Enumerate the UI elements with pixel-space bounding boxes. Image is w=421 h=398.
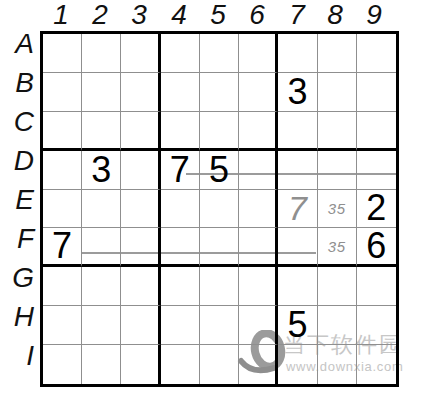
cell-D5[interactable]: 5 bbox=[200, 151, 239, 190]
cell-C4[interactable] bbox=[161, 112, 200, 151]
cell-F2[interactable] bbox=[82, 228, 121, 267]
candidate-marks: 35 bbox=[328, 201, 346, 216]
sudoku-puzzle-page: { "game": "sudoku", "position": ".......… bbox=[0, 0, 421, 398]
cell-A1[interactable] bbox=[43, 34, 82, 73]
given-digit: 6 bbox=[366, 228, 386, 264]
cell-I9[interactable] bbox=[357, 345, 396, 384]
cell-E5[interactable] bbox=[200, 190, 239, 229]
cell-D1[interactable] bbox=[43, 151, 82, 190]
col-label-6: 6 bbox=[240, 1, 274, 29]
cell-I2[interactable] bbox=[82, 345, 121, 384]
cell-E2[interactable] bbox=[82, 190, 121, 229]
cell-I7[interactable] bbox=[278, 345, 317, 384]
cell-I3[interactable] bbox=[121, 345, 160, 384]
cell-A9[interactable] bbox=[357, 34, 396, 73]
cell-H7[interactable]: 5 bbox=[278, 306, 317, 345]
cell-F1[interactable]: 7 bbox=[43, 228, 82, 267]
cell-H4[interactable] bbox=[161, 306, 200, 345]
cell-H5[interactable] bbox=[200, 306, 239, 345]
cell-H2[interactable] bbox=[82, 306, 121, 345]
cell-G1[interactable] bbox=[43, 267, 82, 306]
col-label-7: 7 bbox=[280, 1, 314, 29]
cell-I8[interactable] bbox=[318, 345, 357, 384]
cell-B5[interactable] bbox=[200, 73, 239, 112]
cell-E9[interactable]: 2 bbox=[357, 190, 396, 229]
given-digit: 7 bbox=[52, 228, 72, 264]
row-label-C: C bbox=[0, 107, 34, 137]
col-label-9: 9 bbox=[357, 1, 391, 29]
row-label-A: A bbox=[0, 29, 34, 59]
row-label-G: G bbox=[0, 263, 34, 293]
cell-F4[interactable] bbox=[161, 228, 200, 267]
cell-A2[interactable] bbox=[82, 34, 121, 73]
cell-C3[interactable] bbox=[121, 112, 160, 151]
cell-G8[interactable] bbox=[318, 267, 357, 306]
cell-C6[interactable] bbox=[239, 112, 278, 151]
cell-G3[interactable] bbox=[121, 267, 160, 306]
col-label-8: 8 bbox=[318, 1, 352, 29]
cell-C1[interactable] bbox=[43, 112, 82, 151]
cell-E3[interactable] bbox=[121, 190, 160, 229]
given-digit: 3 bbox=[91, 152, 111, 188]
col-label-2: 2 bbox=[83, 1, 117, 29]
given-digit: 5 bbox=[287, 307, 307, 343]
cell-I5[interactable] bbox=[200, 345, 239, 384]
cell-I4[interactable] bbox=[161, 345, 200, 384]
cell-E7[interactable]: 7 bbox=[278, 190, 317, 229]
cell-B4[interactable] bbox=[161, 73, 200, 112]
cell-B9[interactable] bbox=[357, 73, 396, 112]
cell-G9[interactable] bbox=[357, 267, 396, 306]
cell-A5[interactable] bbox=[200, 34, 239, 73]
sudoku-grid: 3375735273565 bbox=[43, 34, 396, 384]
candidate-marks: 35 bbox=[328, 239, 346, 254]
cell-G7[interactable] bbox=[278, 267, 317, 306]
solved-digit: 7 bbox=[288, 191, 307, 225]
col-label-5: 5 bbox=[201, 1, 235, 29]
cell-H3[interactable] bbox=[121, 306, 160, 345]
row-label-H: H bbox=[0, 302, 34, 332]
cell-C8[interactable] bbox=[318, 112, 357, 151]
cell-E1[interactable] bbox=[43, 190, 82, 229]
cell-I1[interactable] bbox=[43, 345, 82, 384]
row-label-B: B bbox=[0, 68, 34, 98]
cell-E4[interactable] bbox=[161, 190, 200, 229]
cell-I6[interactable] bbox=[239, 345, 278, 384]
cell-F5[interactable] bbox=[200, 228, 239, 267]
cell-G6[interactable] bbox=[239, 267, 278, 306]
row-label-E: E bbox=[0, 185, 34, 215]
cell-B3[interactable] bbox=[121, 73, 160, 112]
cell-D8[interactable] bbox=[318, 151, 357, 190]
given-digit: 7 bbox=[170, 152, 190, 188]
cell-D3[interactable] bbox=[121, 151, 160, 190]
cell-E6[interactable] bbox=[239, 190, 278, 229]
cell-A8[interactable] bbox=[318, 34, 357, 73]
cell-D2[interactable]: 3 bbox=[82, 151, 121, 190]
cell-G5[interactable] bbox=[200, 267, 239, 306]
cell-H1[interactable] bbox=[43, 306, 82, 345]
col-label-1: 1 bbox=[44, 1, 78, 29]
cell-D7[interactable] bbox=[278, 151, 317, 190]
cell-A7[interactable] bbox=[278, 34, 317, 73]
col-label-4: 4 bbox=[162, 1, 196, 29]
cell-F9[interactable]: 6 bbox=[357, 228, 396, 267]
cell-A3[interactable] bbox=[121, 34, 160, 73]
cell-B1[interactable] bbox=[43, 73, 82, 112]
cell-G2[interactable] bbox=[82, 267, 121, 306]
cell-E8[interactable]: 35 bbox=[318, 190, 357, 229]
cell-B6[interactable] bbox=[239, 73, 278, 112]
cell-H6[interactable] bbox=[239, 306, 278, 345]
cell-H8[interactable] bbox=[318, 306, 357, 345]
given-digit: 5 bbox=[209, 152, 229, 188]
given-digit: 2 bbox=[366, 190, 386, 226]
cell-B7[interactable]: 3 bbox=[278, 73, 317, 112]
cell-B2[interactable] bbox=[82, 73, 121, 112]
sudoku-board: 3375735273565 bbox=[40, 31, 399, 387]
cell-C5[interactable] bbox=[200, 112, 239, 151]
cell-A6[interactable] bbox=[239, 34, 278, 73]
cell-A4[interactable] bbox=[161, 34, 200, 73]
cell-F7[interactable] bbox=[278, 228, 317, 267]
cell-D4[interactable]: 7 bbox=[161, 151, 200, 190]
cell-F3[interactable] bbox=[121, 228, 160, 267]
cell-D9[interactable] bbox=[357, 151, 396, 190]
cell-F6[interactable] bbox=[239, 228, 278, 267]
given-digit: 3 bbox=[287, 74, 307, 110]
cell-C2[interactable] bbox=[82, 112, 121, 151]
cell-H9[interactable] bbox=[357, 306, 396, 345]
row-label-I: I bbox=[0, 341, 34, 371]
col-label-3: 3 bbox=[122, 1, 156, 29]
cell-F8[interactable]: 35 bbox=[318, 228, 357, 267]
row-label-F: F bbox=[0, 224, 34, 254]
cell-C7[interactable] bbox=[278, 112, 317, 151]
cell-C9[interactable] bbox=[357, 112, 396, 151]
row-label-D: D bbox=[0, 146, 34, 176]
cell-B8[interactable] bbox=[318, 73, 357, 112]
cell-G4[interactable] bbox=[161, 267, 200, 306]
cell-D6[interactable] bbox=[239, 151, 278, 190]
